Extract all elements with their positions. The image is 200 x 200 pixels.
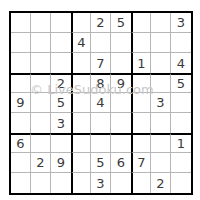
cell-r1c5[interactable]: 2 xyxy=(91,13,111,33)
cell-r7c5[interactable] xyxy=(91,133,111,153)
cell-r4c3[interactable]: 2 xyxy=(51,73,71,93)
cell-r8c1[interactable] xyxy=(11,153,31,173)
cell-r5c8[interactable]: 3 xyxy=(151,93,171,113)
cell-r9c4[interactable] xyxy=(71,173,91,193)
cell-r7c7[interactable] xyxy=(131,133,151,153)
cell-r9c5[interactable]: 3 xyxy=(91,173,111,193)
cell-r2c5[interactable] xyxy=(91,33,111,53)
cell-r5c5[interactable]: 4 xyxy=(91,93,111,113)
cell-r8c2[interactable]: 2 xyxy=(31,153,51,173)
cell-r9c2[interactable] xyxy=(31,173,51,193)
cell-r7c2[interactable] xyxy=(31,133,51,153)
cell-r4c5[interactable]: 8 xyxy=(91,73,111,93)
cell-r4c9[interactable]: 5 xyxy=(171,73,191,93)
cell-r5c2[interactable] xyxy=(31,93,51,113)
cell-r9c1[interactable] xyxy=(11,173,31,193)
cell-r8c5[interactable]: 5 xyxy=(91,153,111,173)
cell-r6c8[interactable] xyxy=(151,113,171,133)
cell-r6c9[interactable] xyxy=(171,113,191,133)
cell-r3c5[interactable]: 7 xyxy=(91,53,111,73)
cell-r9c7[interactable] xyxy=(131,173,151,193)
cell-r4c4[interactable] xyxy=(71,73,91,93)
cell-r1c9[interactable]: 3 xyxy=(171,13,191,33)
cell-r1c3[interactable] xyxy=(51,13,71,33)
cell-r1c1[interactable] xyxy=(11,13,31,33)
cell-r7c4[interactable] xyxy=(71,133,91,153)
cell-r4c7[interactable] xyxy=(131,73,151,93)
cell-r3c7[interactable]: 1 xyxy=(131,53,151,73)
cell-r6c7[interactable] xyxy=(131,113,151,133)
cell-r8c6[interactable]: 6 xyxy=(111,153,131,173)
cell-r5c9[interactable] xyxy=(171,93,191,113)
sudoku-board: 2534714289595433612956732 xyxy=(9,11,193,195)
cell-r7c3[interactable] xyxy=(51,133,71,153)
cell-r1c8[interactable] xyxy=(151,13,171,33)
cell-r4c8[interactable] xyxy=(151,73,171,93)
cell-r2c1[interactable] xyxy=(11,33,31,53)
cell-r6c4[interactable] xyxy=(71,113,91,133)
cell-r8c4[interactable] xyxy=(71,153,91,173)
cell-r4c1[interactable] xyxy=(11,73,31,93)
cell-r2c8[interactable] xyxy=(151,33,171,53)
cell-r9c9[interactable] xyxy=(171,173,191,193)
cell-r7c8[interactable] xyxy=(151,133,171,153)
cell-r2c6[interactable] xyxy=(111,33,131,53)
cell-r3c8[interactable] xyxy=(151,53,171,73)
cell-r3c4[interactable] xyxy=(71,53,91,73)
cell-r6c6[interactable] xyxy=(111,113,131,133)
cell-r7c1[interactable]: 6 xyxy=(11,133,31,153)
cell-r2c4[interactable]: 4 xyxy=(71,33,91,53)
cell-r7c9[interactable]: 1 xyxy=(171,133,191,153)
cell-r8c3[interactable]: 9 xyxy=(51,153,71,173)
cell-r2c7[interactable] xyxy=(131,33,151,53)
cell-r9c8[interactable]: 2 xyxy=(151,173,171,193)
cell-r4c2[interactable] xyxy=(31,73,51,93)
cell-r8c9[interactable] xyxy=(171,153,191,173)
cell-r3c9[interactable]: 4 xyxy=(171,53,191,73)
cell-r1c4[interactable] xyxy=(71,13,91,33)
cell-r5c6[interactable] xyxy=(111,93,131,113)
cell-r1c6[interactable]: 5 xyxy=(111,13,131,33)
cell-r8c8[interactable] xyxy=(151,153,171,173)
cell-r9c6[interactable] xyxy=(111,173,131,193)
cell-r6c2[interactable] xyxy=(31,113,51,133)
cell-r2c3[interactable] xyxy=(51,33,71,53)
cell-r8c7[interactable]: 7 xyxy=(131,153,151,173)
cell-r6c5[interactable] xyxy=(91,113,111,133)
cell-r3c1[interactable] xyxy=(11,53,31,73)
cell-r5c7[interactable] xyxy=(131,93,151,113)
cell-r6c1[interactable] xyxy=(11,113,31,133)
sudoku-page: 2534714289595433612956732 © LiveSudoku.c… xyxy=(0,0,200,200)
cell-r2c2[interactable] xyxy=(31,33,51,53)
cell-r3c6[interactable] xyxy=(111,53,131,73)
cell-r3c2[interactable] xyxy=(31,53,51,73)
cell-r5c4[interactable] xyxy=(71,93,91,113)
cell-r9c3[interactable] xyxy=(51,173,71,193)
cell-r2c9[interactable] xyxy=(171,33,191,53)
cell-r5c3[interactable]: 5 xyxy=(51,93,71,113)
cell-r6c3[interactable]: 3 xyxy=(51,113,71,133)
cell-r5c1[interactable]: 9 xyxy=(11,93,31,113)
cell-r4c6[interactable]: 9 xyxy=(111,73,131,93)
cell-r7c6[interactable] xyxy=(111,133,131,153)
cell-r1c7[interactable] xyxy=(131,13,151,33)
cell-r3c3[interactable] xyxy=(51,53,71,73)
cell-r1c2[interactable] xyxy=(31,13,51,33)
